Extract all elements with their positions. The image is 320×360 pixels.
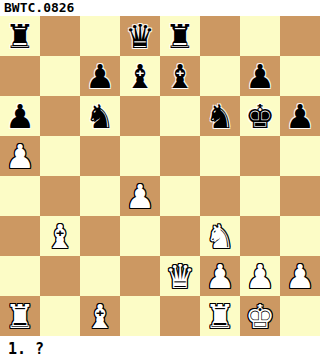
black-rook-icon: ♜ [0, 16, 40, 56]
square-d5[interactable] [120, 136, 160, 176]
square-c4[interactable] [80, 176, 120, 216]
black-pawn-icon: ♟ [0, 96, 40, 136]
square-b8[interactable] [40, 16, 80, 56]
square-e5[interactable] [160, 136, 200, 176]
square-e4[interactable] [160, 176, 200, 216]
square-c7[interactable]: ♟ [80, 56, 120, 96]
square-d6[interactable] [120, 96, 160, 136]
square-f4[interactable] [200, 176, 240, 216]
black-bishop-icon: ♝ [160, 56, 200, 96]
square-b2[interactable] [40, 256, 80, 296]
white-bishop-icon: ♝ [80, 296, 120, 336]
square-a8[interactable]: ♜ [0, 16, 40, 56]
square-f8[interactable] [200, 16, 240, 56]
black-knight-icon: ♞ [80, 96, 120, 136]
black-queen-icon: ♛ [120, 16, 160, 56]
black-rook-icon: ♜ [160, 16, 200, 56]
square-c6[interactable]: ♞ [80, 96, 120, 136]
white-knight-icon: ♞ [200, 216, 240, 256]
black-pawn-icon: ♟ [280, 96, 320, 136]
square-g4[interactable] [240, 176, 280, 216]
black-pawn-icon: ♟ [80, 56, 120, 96]
square-h7[interactable] [280, 56, 320, 96]
square-e7[interactable]: ♝ [160, 56, 200, 96]
square-a5[interactable]: ♟ [0, 136, 40, 176]
square-d2[interactable] [120, 256, 160, 296]
white-pawn-icon: ♟ [280, 256, 320, 296]
square-g8[interactable] [240, 16, 280, 56]
square-c1[interactable]: ♝ [80, 296, 120, 336]
square-c3[interactable] [80, 216, 120, 256]
square-f5[interactable] [200, 136, 240, 176]
square-d3[interactable] [120, 216, 160, 256]
move-prompt: 1. ? [0, 336, 320, 360]
white-pawn-icon: ♟ [200, 256, 240, 296]
square-a3[interactable] [0, 216, 40, 256]
square-h6[interactable]: ♟ [280, 96, 320, 136]
square-a6[interactable]: ♟ [0, 96, 40, 136]
square-f2[interactable]: ♟ [200, 256, 240, 296]
square-h2[interactable]: ♟ [280, 256, 320, 296]
white-bishop-icon: ♝ [40, 216, 80, 256]
white-pawn-icon: ♟ [240, 256, 280, 296]
square-e2[interactable]: ♛ [160, 256, 200, 296]
black-bishop-icon: ♝ [120, 56, 160, 96]
square-c5[interactable] [80, 136, 120, 176]
white-pawn-icon: ♟ [0, 136, 40, 176]
square-h5[interactable] [280, 136, 320, 176]
square-f7[interactable] [200, 56, 240, 96]
square-b4[interactable] [40, 176, 80, 216]
square-h8[interactable] [280, 16, 320, 56]
square-g7[interactable]: ♟ [240, 56, 280, 96]
square-f3[interactable]: ♞ [200, 216, 240, 256]
square-g6[interactable]: ♚ [240, 96, 280, 136]
square-a1[interactable]: ♜ [0, 296, 40, 336]
black-knight-icon: ♞ [200, 96, 240, 136]
square-c8[interactable] [80, 16, 120, 56]
square-h1[interactable] [280, 296, 320, 336]
square-a7[interactable] [0, 56, 40, 96]
square-e1[interactable] [160, 296, 200, 336]
square-b7[interactable] [40, 56, 80, 96]
square-b3[interactable]: ♝ [40, 216, 80, 256]
square-e3[interactable] [160, 216, 200, 256]
square-h4[interactable] [280, 176, 320, 216]
square-g3[interactable] [240, 216, 280, 256]
white-rook-icon: ♜ [0, 296, 40, 336]
square-g2[interactable]: ♟ [240, 256, 280, 296]
square-f1[interactable]: ♜ [200, 296, 240, 336]
chess-board: ♜♛♜♟♝♝♟♟♞♞♚♟♟♟♝♞♛♟♟♟♜♝♜♚ [0, 16, 320, 336]
square-a2[interactable] [0, 256, 40, 296]
white-queen-icon: ♛ [160, 256, 200, 296]
square-g1[interactable]: ♚ [240, 296, 280, 336]
puzzle-title: BWTC.0826 [0, 0, 320, 16]
square-b1[interactable] [40, 296, 80, 336]
black-king-icon: ♚ [240, 96, 280, 136]
square-e8[interactable]: ♜ [160, 16, 200, 56]
square-a4[interactable] [0, 176, 40, 216]
square-f6[interactable]: ♞ [200, 96, 240, 136]
white-king-icon: ♚ [240, 296, 280, 336]
square-b5[interactable] [40, 136, 80, 176]
square-b6[interactable] [40, 96, 80, 136]
square-c2[interactable] [80, 256, 120, 296]
square-d7[interactable]: ♝ [120, 56, 160, 96]
black-pawn-icon: ♟ [240, 56, 280, 96]
white-pawn-icon: ♟ [120, 176, 160, 216]
square-e6[interactable] [160, 96, 200, 136]
square-d1[interactable] [120, 296, 160, 336]
square-h3[interactable] [280, 216, 320, 256]
square-d4[interactable]: ♟ [120, 176, 160, 216]
white-rook-icon: ♜ [200, 296, 240, 336]
square-d8[interactable]: ♛ [120, 16, 160, 56]
chess-puzzle-window: BWTC.0826 ♜♛♜♟♝♝♟♟♞♞♚♟♟♟♝♞♛♟♟♟♜♝♜♚ 1. ? [0, 0, 320, 360]
square-g5[interactable] [240, 136, 280, 176]
